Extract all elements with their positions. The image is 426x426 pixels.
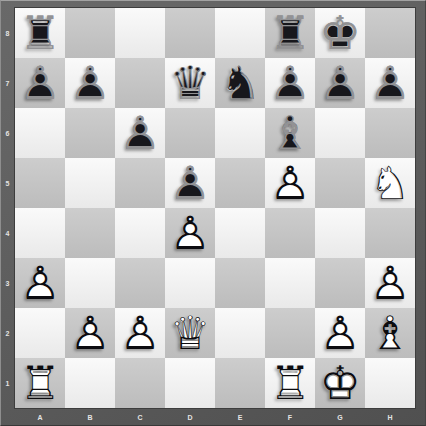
square-a3[interactable]: ♟♙ (15, 258, 65, 308)
white-rook-outline-glyph: ♖ (15, 358, 65, 408)
piece-white-rook[interactable]: ♜♖ (265, 358, 315, 408)
black-queen-outline-glyph: ♕ (165, 58, 215, 108)
piece-black-pawn[interactable]: ♟♙ (165, 158, 215, 208)
square-f3[interactable] (265, 258, 315, 308)
piece-black-pawn[interactable]: ♟♙ (265, 58, 315, 108)
file-label-h: H (365, 410, 415, 424)
white-rook-outline-glyph: ♖ (265, 358, 315, 408)
square-d2[interactable]: ♛♕ (165, 308, 215, 358)
piece-white-pawn[interactable]: ♟♙ (15, 258, 65, 308)
white-pawn-outline-glyph: ♙ (165, 208, 215, 258)
rank-label-4: 4 (1, 208, 14, 258)
square-b5[interactable] (65, 158, 115, 208)
square-f1[interactable]: ♜♖ (265, 358, 315, 408)
white-king-outline-glyph: ♔ (315, 358, 365, 408)
file-label-g: G (315, 410, 365, 424)
square-b7[interactable]: ♟♙ (65, 58, 115, 108)
square-d5[interactable]: ♟♙ (165, 158, 215, 208)
square-e7[interactable]: ♞♘ (215, 58, 265, 108)
piece-white-pawn[interactable]: ♟♙ (265, 158, 315, 208)
square-d3[interactable] (165, 258, 215, 308)
file-label-c: C (115, 410, 165, 424)
square-f6[interactable]: ♝♗ (265, 108, 315, 158)
square-c3[interactable] (115, 258, 165, 308)
file-label-d: D (165, 410, 215, 424)
square-b4[interactable] (65, 208, 115, 258)
square-f8[interactable]: ♜♖ (265, 8, 315, 58)
piece-white-rook[interactable]: ♜♖ (15, 358, 65, 408)
piece-black-rook[interactable]: ♜♖ (265, 8, 315, 58)
square-d6[interactable] (165, 108, 215, 158)
piece-black-queen[interactable]: ♛♕ (165, 58, 215, 108)
square-g2[interactable]: ♟♙ (315, 308, 365, 358)
square-b8[interactable] (65, 8, 115, 58)
square-e5[interactable] (215, 158, 265, 208)
square-a4[interactable] (15, 208, 65, 258)
square-a8[interactable]: ♜♖ (15, 8, 65, 58)
file-label-e: E (215, 410, 265, 424)
square-g6[interactable] (315, 108, 365, 158)
square-e1[interactable] (215, 358, 265, 408)
square-b6[interactable] (65, 108, 115, 158)
square-f2[interactable] (265, 308, 315, 358)
piece-black-knight[interactable]: ♞♘ (215, 58, 265, 108)
square-c8[interactable] (115, 8, 165, 58)
rank-label-5: 5 (1, 158, 14, 208)
square-d7[interactable]: ♛♕ (165, 58, 215, 108)
square-g7[interactable]: ♟♙ (315, 58, 365, 108)
square-c1[interactable] (115, 358, 165, 408)
black-pawn-outline-glyph: ♙ (315, 58, 365, 108)
square-g4[interactable] (315, 208, 365, 258)
file-label-f: F (265, 410, 315, 424)
square-e6[interactable] (215, 108, 265, 158)
piece-black-pawn[interactable]: ♟♙ (315, 58, 365, 108)
square-d1[interactable] (165, 358, 215, 408)
piece-white-pawn[interactable]: ♟♙ (365, 258, 415, 308)
piece-black-rook[interactable]: ♜♖ (15, 8, 65, 58)
square-f5[interactable]: ♟♙ (265, 158, 315, 208)
piece-white-bishop[interactable]: ♝♗ (365, 308, 415, 358)
square-a5[interactable] (15, 158, 65, 208)
square-g5[interactable] (315, 158, 365, 208)
square-h6[interactable] (365, 108, 415, 158)
square-b2[interactable]: ♟♙ (65, 308, 115, 358)
black-pawn-outline-glyph: ♙ (65, 58, 115, 108)
piece-black-bishop[interactable]: ♝♗ (265, 108, 315, 158)
rank-label-1: 1 (1, 358, 14, 408)
square-a1[interactable]: ♜♖ (15, 358, 65, 408)
piece-black-pawn[interactable]: ♟♙ (15, 58, 65, 108)
square-h4[interactable] (365, 208, 415, 258)
white-pawn-outline-glyph: ♙ (15, 258, 65, 308)
white-pawn-outline-glyph: ♙ (115, 308, 165, 358)
square-e3[interactable] (215, 258, 265, 308)
file-label-b: B (65, 410, 115, 424)
square-d8[interactable] (165, 8, 215, 58)
white-pawn-outline-glyph: ♙ (65, 308, 115, 358)
black-pawn-outline-glyph: ♙ (265, 58, 315, 108)
white-pawn-outline-glyph: ♙ (265, 158, 315, 208)
square-h1[interactable] (365, 358, 415, 408)
black-pawn-outline-glyph: ♙ (365, 58, 415, 108)
piece-white-king[interactable]: ♚♔ (315, 358, 365, 408)
square-c6[interactable]: ♟♙ (115, 108, 165, 158)
piece-white-pawn[interactable]: ♟♙ (115, 308, 165, 358)
square-c4[interactable] (115, 208, 165, 258)
piece-white-pawn[interactable]: ♟♙ (315, 308, 365, 358)
black-pawn-outline-glyph: ♙ (165, 158, 215, 208)
square-h7[interactable]: ♟♙ (365, 58, 415, 108)
file-label-a: A (15, 410, 65, 424)
piece-white-knight[interactable]: ♞♘ (365, 158, 415, 208)
square-g3[interactable] (315, 258, 365, 308)
square-h8[interactable] (365, 8, 415, 58)
rank-label-2: 2 (1, 308, 14, 358)
square-h2[interactable]: ♝♗ (365, 308, 415, 358)
rank-label-8: 8 (1, 8, 14, 58)
black-rook-outline-glyph: ♖ (15, 8, 65, 58)
square-e4[interactable] (215, 208, 265, 258)
white-pawn-outline-glyph: ♙ (315, 308, 365, 358)
piece-black-pawn[interactable]: ♟♙ (365, 58, 415, 108)
piece-black-pawn[interactable]: ♟♙ (65, 58, 115, 108)
white-pawn-outline-glyph: ♙ (365, 258, 415, 308)
black-knight-outline-glyph: ♘ (215, 58, 265, 108)
chess-board: ♜♖♜♖♚♔♟♙♟♙♛♕♞♘♟♙♟♙♟♙♟♙♝♗♟♙♟♙♞♘♟♙♟♙♟♙♟♙♟♙… (15, 8, 415, 408)
black-pawn-outline-glyph: ♙ (15, 58, 65, 108)
black-king-outline-glyph: ♔ (315, 8, 365, 58)
white-queen-outline-glyph: ♕ (165, 308, 215, 358)
black-rook-outline-glyph: ♖ (265, 8, 315, 58)
square-c2[interactable]: ♟♙ (115, 308, 165, 358)
square-d4[interactable]: ♟♙ (165, 208, 215, 258)
piece-black-king[interactable]: ♚♔ (315, 8, 365, 58)
square-f7[interactable]: ♟♙ (265, 58, 315, 108)
square-g1[interactable]: ♚♔ (315, 358, 365, 408)
piece-black-pawn[interactable]: ♟♙ (115, 108, 165, 158)
black-bishop-outline-glyph: ♗ (265, 108, 315, 158)
square-f4[interactable] (265, 208, 315, 258)
rank-label-3: 3 (1, 258, 14, 308)
square-e8[interactable] (215, 8, 265, 58)
square-a2[interactable] (15, 308, 65, 358)
square-g8[interactable]: ♚♔ (315, 8, 365, 58)
square-a6[interactable] (15, 108, 65, 158)
white-knight-outline-glyph: ♘ (365, 158, 415, 208)
black-pawn-outline-glyph: ♙ (115, 108, 165, 158)
chess-board-frame: ♜♖♜♖♚♔♟♙♟♙♛♕♞♘♟♙♟♙♟♙♟♙♝♗♟♙♟♙♞♘♟♙♟♙♟♙♟♙♟♙… (0, 0, 426, 426)
piece-white-pawn[interactable]: ♟♙ (165, 208, 215, 258)
white-bishop-outline-glyph: ♗ (365, 308, 415, 358)
piece-white-pawn[interactable]: ♟♙ (65, 308, 115, 358)
square-c5[interactable] (115, 158, 165, 208)
square-c7[interactable] (115, 58, 165, 108)
square-a7[interactable]: ♟♙ (15, 58, 65, 108)
square-e2[interactable] (215, 308, 265, 358)
square-h5[interactable]: ♞♘ (365, 158, 415, 208)
square-b3[interactable] (65, 258, 115, 308)
square-h3[interactable]: ♟♙ (365, 258, 415, 308)
rank-label-6: 6 (1, 108, 14, 158)
piece-white-queen[interactable]: ♛♕ (165, 308, 215, 358)
square-b1[interactable] (65, 358, 115, 408)
rank-label-7: 7 (1, 58, 14, 108)
